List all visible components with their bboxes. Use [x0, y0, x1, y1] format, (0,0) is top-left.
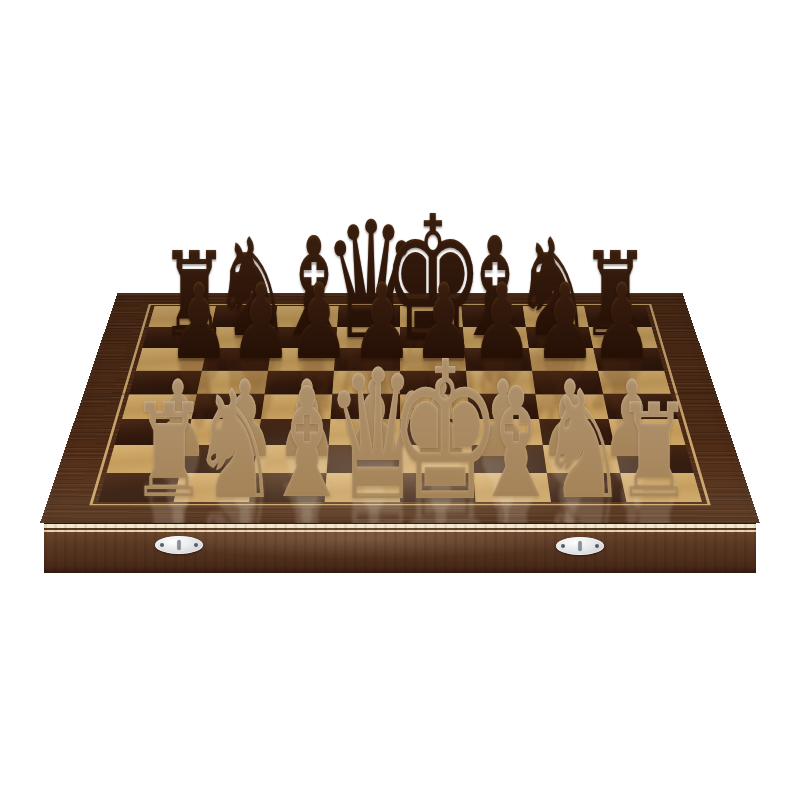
board-front-edge — [44, 523, 756, 573]
rook-glyph: ♜ — [616, 386, 693, 516]
clasp-screw — [160, 543, 164, 547]
clasp-screw — [595, 544, 599, 548]
clasp-screw — [561, 544, 565, 548]
chess-set-photo: ♜♜♞♞♝♝♛♛♚♚♝♝♞♞♜♜♟♟♟♟♟♟♟♟♟♟♟♟♟♟♟♟♟♟♟♟♟♟♟♟… — [0, 0, 800, 800]
knight-glyph: ♞ — [538, 370, 628, 520]
clasp-keyhole — [178, 540, 181, 550]
clasp-screw — [194, 543, 198, 547]
clasp-keyhole — [579, 541, 582, 551]
clasp-left — [155, 536, 203, 554]
clasp-right — [556, 537, 604, 555]
